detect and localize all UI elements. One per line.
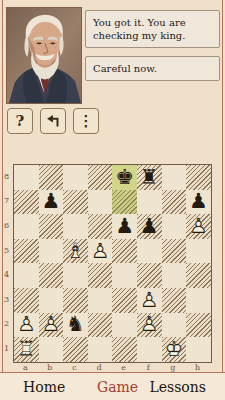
square-g6[interactable] [162, 214, 187, 239]
piece-fill: ♟ [137, 214, 162, 239]
dialog-bubble-2: Careful now. [85, 56, 220, 81]
file-label-c: c [62, 362, 87, 373]
square-g4[interactable] [162, 263, 187, 288]
square-g3[interactable] [162, 288, 187, 313]
piece-fill: ♜ [137, 165, 162, 190]
file-label-a: a [13, 362, 38, 373]
file-label-e: e [111, 362, 136, 373]
square-a5[interactable] [14, 239, 39, 264]
square-a7[interactable] [14, 190, 39, 215]
square-h6[interactable]: ♟♙ [186, 214, 211, 239]
question-mark-icon: ? [16, 112, 25, 130]
square-a1[interactable]: ♜♖ [14, 337, 39, 362]
square-b3[interactable] [39, 288, 64, 313]
portrait-illustration [7, 8, 81, 103]
square-e6[interactable]: ♟ [112, 214, 137, 239]
black-king-e8[interactable]: ♚ [112, 165, 137, 190]
rank-label-4: 4 [0, 262, 13, 287]
black-pawn-h7[interactable]: ♟ [186, 190, 211, 215]
square-b5[interactable] [39, 239, 64, 264]
square-b4[interactable] [39, 263, 64, 288]
square-g1[interactable]: ♚♔ [162, 337, 187, 362]
square-b6[interactable] [39, 214, 64, 239]
square-a2[interactable]: ♟♙ [14, 313, 39, 338]
square-f1[interactable] [137, 337, 162, 362]
square-h5[interactable] [186, 239, 211, 264]
piece-fill: ♟ [186, 190, 211, 215]
black-pawn-b7[interactable]: ♟ [39, 190, 64, 215]
square-e5[interactable] [112, 239, 137, 264]
undo-button[interactable] [40, 108, 66, 134]
piece-outline: ♙ [14, 313, 39, 338]
square-d7[interactable] [88, 190, 113, 215]
file-label-f: f [136, 362, 161, 373]
file-label-d: d [87, 362, 112, 373]
piece-fill: ♞ [63, 313, 88, 338]
dialog-message: Careful now. [93, 63, 157, 74]
square-b2[interactable]: ♟♙ [39, 313, 64, 338]
piece-outline: ♙ [39, 313, 64, 338]
square-g7[interactable] [162, 190, 187, 215]
chess-app: You got it. You are checking my king. Ca… [0, 0, 225, 400]
piece-outline: ♙ [137, 313, 162, 338]
vertical-ellipsis-icon: ⋮ [79, 112, 94, 130]
piece-outline: ♗ [63, 239, 88, 264]
square-d2[interactable] [88, 313, 113, 338]
file-label-h: h [185, 362, 210, 373]
piece-outline: ♔ [162, 337, 187, 362]
black-knight-c2[interactable]: ♞ [63, 313, 88, 338]
piece-fill: ♟ [112, 214, 137, 239]
rank-label-7: 7 [0, 189, 13, 214]
white-pawn-b2[interactable]: ♟♙ [39, 313, 64, 338]
piece-outline: ♖ [14, 337, 39, 362]
square-f2[interactable]: ♟♙ [137, 313, 162, 338]
square-d6[interactable] [88, 214, 113, 239]
menu-button[interactable]: ⋮ [73, 108, 99, 134]
nav-tab-home[interactable]: Home [23, 379, 65, 395]
square-c7[interactable] [63, 190, 88, 215]
square-e2[interactable] [112, 313, 137, 338]
square-h3[interactable] [186, 288, 211, 313]
white-pawn-f3[interactable]: ♟♙ [137, 288, 162, 313]
page-right-border [222, 0, 223, 373]
square-f4[interactable] [137, 263, 162, 288]
square-c5[interactable]: ♝♗ [63, 239, 88, 264]
help-button[interactable]: ? [7, 108, 33, 134]
file-labels: abcdefgh [13, 362, 210, 373]
white-pawn-h6[interactable]: ♟♙ [186, 214, 211, 239]
black-rook-f8[interactable]: ♜ [137, 165, 162, 190]
rank-label-2: 2 [0, 312, 13, 337]
square-a3[interactable] [14, 288, 39, 313]
dialog-message: You got it. You are checking my king. [93, 17, 186, 41]
black-pawn-e6[interactable]: ♟ [112, 214, 137, 239]
square-d4[interactable] [88, 263, 113, 288]
square-a6[interactable] [14, 214, 39, 239]
piece-outline: ♙ [88, 239, 113, 264]
rank-labels: 87654321 [0, 164, 13, 361]
square-d3[interactable] [88, 288, 113, 313]
dr-wolf-portrait [6, 7, 82, 104]
file-label-g: g [161, 362, 186, 373]
square-a8[interactable] [14, 165, 39, 190]
white-pawn-f2[interactable]: ♟♙ [137, 313, 162, 338]
white-pawn-d5[interactable]: ♟♙ [88, 239, 113, 264]
square-h2[interactable] [186, 313, 211, 338]
piece-fill: ♟ [39, 190, 64, 215]
square-e8[interactable]: ♚ [112, 165, 137, 190]
square-e7[interactable] [112, 190, 137, 215]
square-c8[interactable] [63, 165, 88, 190]
piece-outline: ♙ [186, 214, 211, 239]
square-f6[interactable]: ♟ [137, 214, 162, 239]
square-g5[interactable] [162, 239, 187, 264]
square-b8[interactable] [39, 165, 64, 190]
square-f5[interactable] [137, 239, 162, 264]
square-e1[interactable] [112, 337, 137, 362]
square-c1[interactable] [63, 337, 88, 362]
square-d8[interactable] [88, 165, 113, 190]
square-e4[interactable] [112, 263, 137, 288]
square-c2[interactable]: ♞ [63, 313, 88, 338]
square-h1[interactable] [186, 337, 211, 362]
square-f8[interactable]: ♜ [137, 165, 162, 190]
square-b1[interactable] [39, 337, 64, 362]
square-f3[interactable]: ♟♙ [137, 288, 162, 313]
white-rook-a1[interactable]: ♜♖ [14, 337, 39, 362]
square-h8[interactable] [186, 165, 211, 190]
square-b7[interactable]: ♟ [39, 190, 64, 215]
file-label-b: b [38, 362, 63, 373]
square-c6[interactable] [63, 214, 88, 239]
bottom-nav: Home Game Lessons [0, 373, 225, 400]
square-g2[interactable] [162, 313, 187, 338]
white-king-g1[interactable]: ♚♔ [162, 337, 187, 362]
rank-label-5: 5 [0, 238, 13, 263]
square-c3[interactable] [63, 288, 88, 313]
white-pawn-a2[interactable]: ♟♙ [14, 313, 39, 338]
black-pawn-f6[interactable]: ♟ [137, 214, 162, 239]
piece-outline: ♙ [137, 288, 162, 313]
rank-label-1: 1 [0, 336, 13, 361]
square-d5[interactable]: ♟♙ [88, 239, 113, 264]
board-grid: ♚♜♟♟♟♟♟♙♝♗♟♙♟♙♟♙♟♙♞♟♙♜♖♚♔ [13, 164, 212, 363]
square-f7[interactable] [137, 190, 162, 215]
nav-tab-lessons[interactable]: Lessons [149, 379, 206, 395]
rank-label-6: 6 [0, 213, 13, 238]
rank-label-8: 8 [0, 164, 13, 189]
square-c4[interactable] [63, 263, 88, 288]
rank-label-3: 3 [0, 287, 13, 312]
square-a4[interactable] [14, 263, 39, 288]
square-e3[interactable] [112, 288, 137, 313]
white-bishop-c5[interactable]: ♝♗ [63, 239, 88, 264]
undo-arrow-icon [44, 112, 62, 130]
square-d1[interactable] [88, 337, 113, 362]
dialog-bubble-1: You got it. You are checking my king. [85, 10, 220, 48]
square-g8[interactable] [162, 165, 187, 190]
piece-fill: ♚ [112, 165, 137, 190]
square-h4[interactable] [186, 263, 211, 288]
square-h7[interactable]: ♟ [186, 190, 211, 215]
nav-tab-game[interactable]: Game [97, 379, 138, 395]
